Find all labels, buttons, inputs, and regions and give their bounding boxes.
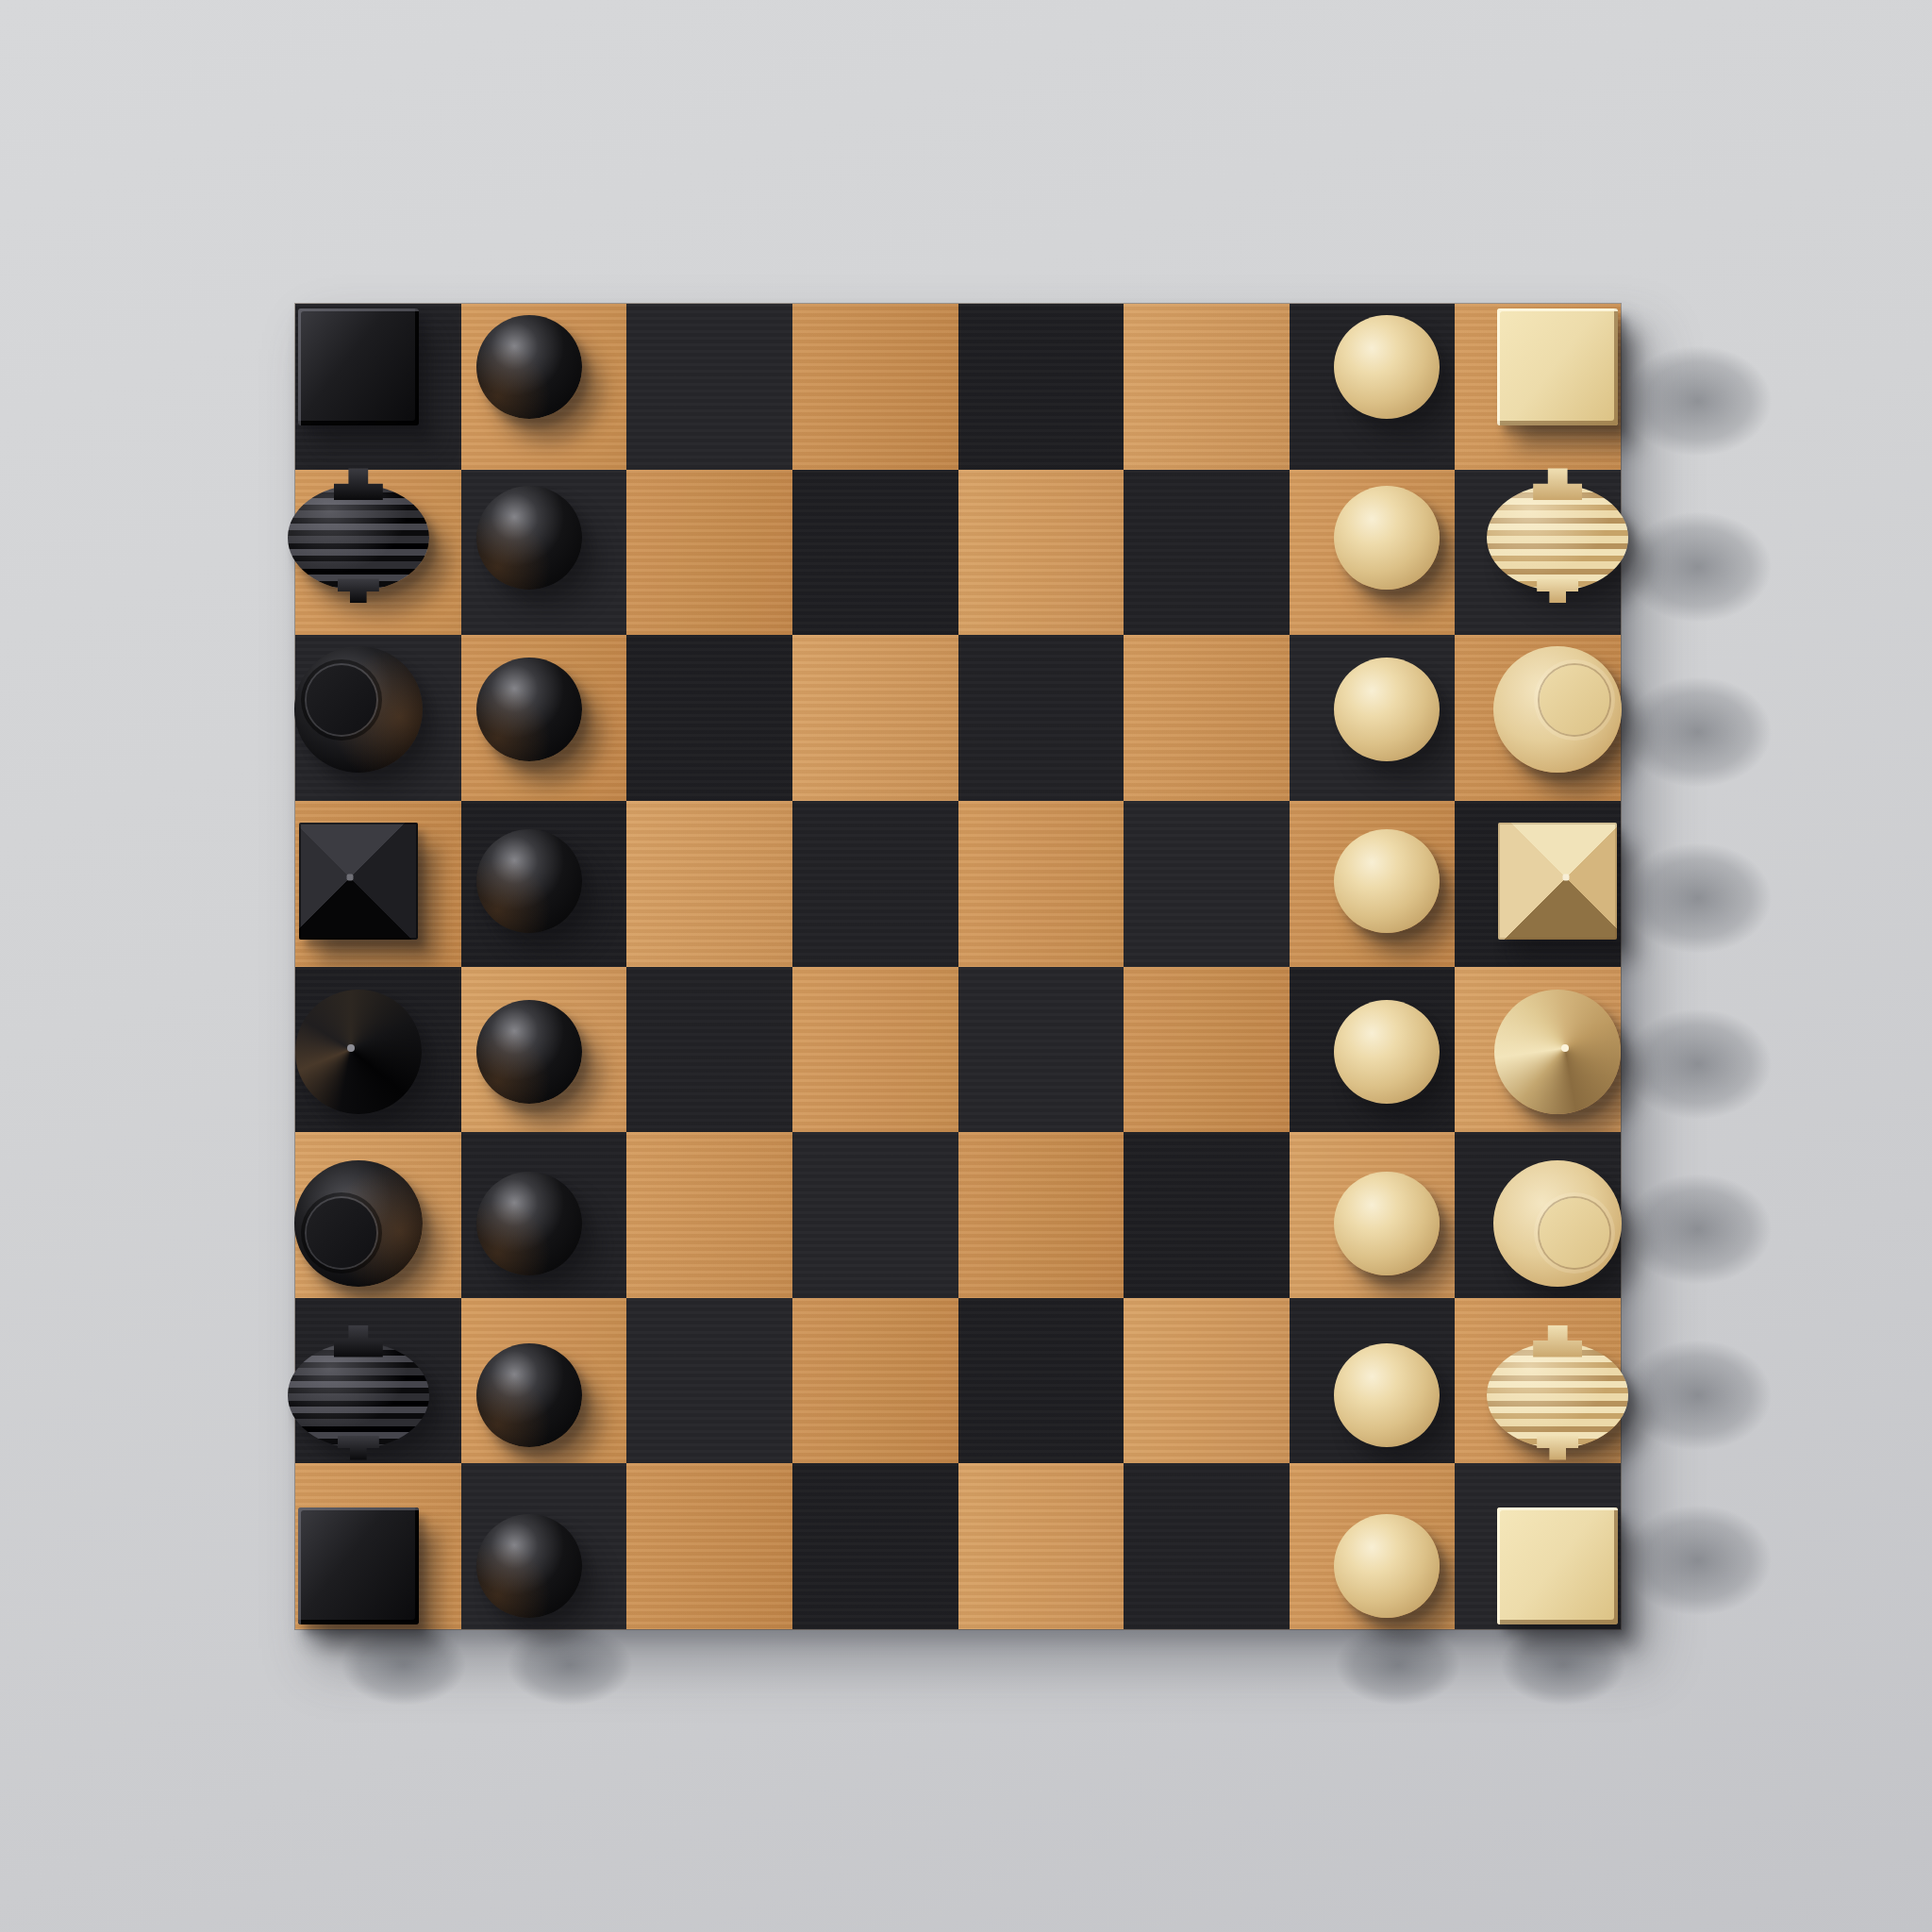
piece-black-knight[interactable] xyxy=(288,485,429,591)
square-r1c1[interactable] xyxy=(295,304,461,470)
square-r1c6[interactable] xyxy=(1124,304,1290,470)
piece-white-pawn[interactable] xyxy=(1334,1514,1440,1618)
bishop-flat-top xyxy=(1540,665,1609,735)
square-r3c3[interactable] xyxy=(626,635,792,801)
square-r1c3[interactable] xyxy=(626,304,792,470)
piece-black-rook[interactable] xyxy=(298,308,419,425)
square-r7c1[interactable] xyxy=(295,1298,461,1464)
square-r7c5[interactable] xyxy=(958,1298,1124,1464)
square-r8c8[interactable] xyxy=(1455,1463,1621,1629)
square-r6c1[interactable] xyxy=(295,1132,461,1298)
square-r3c8[interactable] xyxy=(1455,635,1621,801)
piece-white-rook[interactable] xyxy=(1497,1507,1618,1624)
square-r3c2[interactable] xyxy=(461,635,627,801)
square-r8c3[interactable] xyxy=(626,1463,792,1629)
square-r1c4[interactable] xyxy=(792,304,958,470)
square-r3c1[interactable] xyxy=(295,635,461,801)
square-r2c7[interactable] xyxy=(1290,470,1456,636)
square-r2c8[interactable] xyxy=(1455,470,1621,636)
square-r3c7[interactable] xyxy=(1290,635,1456,801)
piece-white-pawn[interactable] xyxy=(1334,1343,1440,1447)
square-r2c4[interactable] xyxy=(792,470,958,636)
square-r1c2[interactable] xyxy=(461,304,627,470)
piece-white-queen[interactable] xyxy=(1494,990,1621,1114)
square-r1c7[interactable] xyxy=(1290,304,1456,470)
square-r5c3[interactable] xyxy=(626,967,792,1133)
cast-shadow xyxy=(1604,993,1792,1135)
square-r7c8[interactable] xyxy=(1455,1298,1621,1464)
square-r6c6[interactable] xyxy=(1124,1132,1290,1298)
square-r2c2[interactable] xyxy=(461,470,627,636)
cast-shadow xyxy=(1604,330,1792,472)
piece-white-pawn[interactable] xyxy=(1334,1172,1440,1275)
square-r7c6[interactable] xyxy=(1124,1298,1290,1464)
cast-shadow xyxy=(1604,496,1792,638)
cast-shadow xyxy=(1604,1490,1792,1631)
piece-white-bishop[interactable] xyxy=(1493,646,1622,773)
square-r8c4[interactable] xyxy=(792,1463,958,1629)
cast-shadow xyxy=(1604,1324,1792,1466)
piece-black-pawn[interactable] xyxy=(476,1514,582,1618)
square-r6c3[interactable] xyxy=(626,1132,792,1298)
square-r1c5[interactable] xyxy=(958,304,1124,470)
piece-black-pawn[interactable] xyxy=(476,1000,582,1104)
square-r1c8[interactable] xyxy=(1455,304,1621,470)
square-r5c5[interactable] xyxy=(958,967,1124,1133)
square-r2c1[interactable] xyxy=(295,470,461,636)
square-r6c7[interactable] xyxy=(1290,1132,1456,1298)
piece-white-pawn[interactable] xyxy=(1334,1000,1440,1104)
bishop-flat-top xyxy=(307,665,376,735)
piece-black-rook[interactable] xyxy=(298,1507,419,1624)
bishop-flat-top xyxy=(1540,1198,1609,1268)
square-r2c5[interactable] xyxy=(958,470,1124,636)
square-r5c1[interactable] xyxy=(295,967,461,1133)
cast-shadow xyxy=(1604,827,1792,969)
square-r3c6[interactable] xyxy=(1124,635,1290,801)
square-r3c4[interactable] xyxy=(792,635,958,801)
square-r4c7[interactable] xyxy=(1290,801,1456,967)
square-r6c8[interactable] xyxy=(1455,1132,1621,1298)
square-r7c3[interactable] xyxy=(626,1298,792,1464)
cast-shadow xyxy=(1604,1158,1792,1300)
piece-white-rook[interactable] xyxy=(1497,308,1618,425)
square-r5c6[interactable] xyxy=(1124,967,1290,1133)
piece-white-king[interactable] xyxy=(1498,823,1617,940)
square-r8c6[interactable] xyxy=(1124,1463,1290,1629)
square-r5c7[interactable] xyxy=(1290,967,1456,1133)
square-r4c6[interactable] xyxy=(1124,801,1290,967)
square-r4c3[interactable] xyxy=(626,801,792,967)
piece-white-knight[interactable] xyxy=(1487,485,1628,591)
square-r8c2[interactable] xyxy=(461,1463,627,1629)
square-r7c7[interactable] xyxy=(1290,1298,1456,1464)
square-r4c1[interactable] xyxy=(295,801,461,967)
square-r5c8[interactable] xyxy=(1455,967,1621,1133)
piece-black-pawn[interactable] xyxy=(476,1343,582,1447)
piece-white-bishop[interactable] xyxy=(1493,1160,1622,1287)
piece-black-king[interactable] xyxy=(299,823,418,940)
piece-black-pawn[interactable] xyxy=(476,486,582,590)
piece-white-pawn[interactable] xyxy=(1334,829,1440,933)
square-r2c3[interactable] xyxy=(626,470,792,636)
square-r6c5[interactable] xyxy=(958,1132,1124,1298)
piece-black-bishop[interactable] xyxy=(294,1160,423,1287)
cast-shadow xyxy=(1604,661,1792,803)
square-r4c2[interactable] xyxy=(461,801,627,967)
square-r7c4[interactable] xyxy=(792,1298,958,1464)
piece-black-pawn[interactable] xyxy=(476,315,582,419)
piece-white-pawn[interactable] xyxy=(1334,658,1440,761)
chess-board xyxy=(295,304,1621,1629)
square-r7c2[interactable] xyxy=(461,1298,627,1464)
piece-black-pawn[interactable] xyxy=(476,1172,582,1275)
square-r2c6[interactable] xyxy=(1124,470,1290,636)
piece-white-pawn[interactable] xyxy=(1334,486,1440,590)
square-r6c2[interactable] xyxy=(461,1132,627,1298)
square-r6c4[interactable] xyxy=(792,1132,958,1298)
square-r5c4[interactable] xyxy=(792,967,958,1133)
square-r4c8[interactable] xyxy=(1455,801,1621,967)
square-r3c5[interactable] xyxy=(958,635,1124,801)
photo-scene xyxy=(0,0,1932,1932)
square-r5c2[interactable] xyxy=(461,967,627,1133)
piece-black-bishop[interactable] xyxy=(294,646,423,773)
piece-white-knight[interactable] xyxy=(1487,1342,1628,1448)
square-r4c5[interactable] xyxy=(958,801,1124,967)
square-r8c1[interactable] xyxy=(295,1463,461,1629)
piece-black-pawn[interactable] xyxy=(476,829,582,933)
square-r8c5[interactable] xyxy=(958,1463,1124,1629)
piece-black-knight[interactable] xyxy=(288,1342,429,1448)
piece-black-pawn[interactable] xyxy=(476,658,582,761)
piece-black-queen[interactable] xyxy=(295,990,422,1114)
square-r8c7[interactable] xyxy=(1290,1463,1456,1629)
piece-white-pawn[interactable] xyxy=(1334,315,1440,419)
square-r4c4[interactable] xyxy=(792,801,958,967)
bishop-flat-top xyxy=(307,1198,376,1268)
